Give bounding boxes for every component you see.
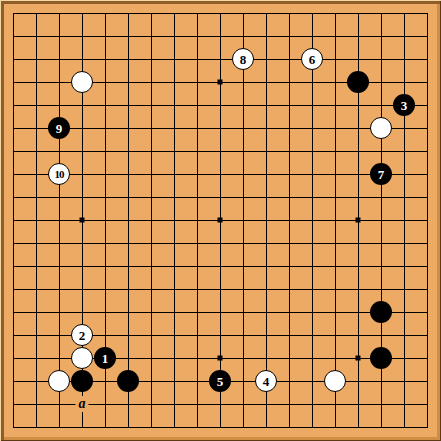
- white-stone-P3[interactable]: [324, 370, 346, 392]
- white-stone-D4[interactable]: [71, 347, 93, 369]
- black-stone-S15[interactable]: 3: [393, 94, 415, 116]
- move-number: 8: [240, 53, 247, 66]
- move-number: 2: [79, 329, 86, 342]
- star-point: [80, 218, 85, 223]
- white-stone-D16[interactable]: [71, 71, 93, 93]
- black-stone-F3[interactable]: [117, 370, 139, 392]
- star-point: [218, 218, 223, 223]
- white-stone-C12[interactable]: 10: [48, 163, 70, 185]
- move-number: 7: [378, 168, 385, 181]
- white-stone-O17[interactable]: 6: [301, 48, 323, 70]
- black-stone-C14[interactable]: 9: [48, 117, 70, 139]
- move-number: 6: [309, 53, 316, 66]
- white-stone-C3[interactable]: [48, 370, 70, 392]
- move-number: 4: [263, 375, 270, 388]
- star-point: [356, 218, 361, 223]
- white-stone-D5[interactable]: 2: [71, 324, 93, 346]
- move-number: 1: [102, 352, 109, 365]
- white-stone-M3[interactable]: 4: [255, 370, 277, 392]
- black-stone-K3[interactable]: 5: [209, 370, 231, 392]
- point-label-D2[interactable]: a: [76, 396, 89, 412]
- move-number: 10: [55, 169, 64, 180]
- black-stone-R6[interactable]: [370, 301, 392, 323]
- white-stone-L17[interactable]: 8: [232, 48, 254, 70]
- move-number: 9: [56, 122, 63, 135]
- move-number: 5: [217, 375, 224, 388]
- move-number: 3: [401, 99, 408, 112]
- black-stone-R12[interactable]: 7: [370, 163, 392, 185]
- black-stone-R4[interactable]: [370, 347, 392, 369]
- black-stone-D3[interactable]: [71, 370, 93, 392]
- star-point: [218, 80, 223, 85]
- star-point: [356, 356, 361, 361]
- black-stone-Q16[interactable]: [347, 71, 369, 93]
- star-point: [218, 356, 223, 361]
- black-stone-E4[interactable]: 1: [94, 347, 116, 369]
- go-board[interactable]: 86379104512 a: [0, 0, 441, 441]
- white-stone-R14[interactable]: [370, 117, 392, 139]
